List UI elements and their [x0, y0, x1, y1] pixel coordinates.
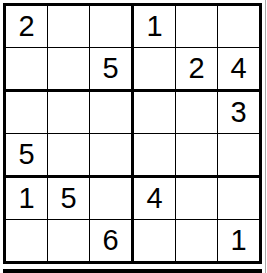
sudoku-cell-given[interactable]: 5 [48, 178, 90, 220]
page-edge-line [265, 0, 266, 273]
sudoku-cell-given[interactable]: 2 [176, 48, 218, 92]
sudoku-cell-empty[interactable] [90, 134, 134, 178]
sudoku-cell-empty[interactable] [6, 48, 48, 92]
sudoku-cell-empty[interactable] [90, 178, 134, 220]
sudoku-board: 215243515461 [3, 3, 262, 264]
sudoku-cell-empty[interactable] [176, 92, 218, 134]
sudoku-cell-empty[interactable] [6, 92, 48, 134]
sudoku-cell-empty[interactable] [176, 178, 218, 220]
sudoku-cell-empty[interactable] [176, 6, 218, 48]
sudoku-cell-given[interactable]: 5 [6, 134, 48, 178]
sudoku-cell-empty[interactable] [90, 6, 134, 48]
sudoku-cell-empty[interactable] [218, 6, 259, 48]
sudoku-cell-empty[interactable] [218, 134, 259, 178]
sudoku-cell-empty[interactable] [48, 134, 90, 178]
sudoku-cell-empty[interactable] [48, 220, 90, 261]
sudoku-cell-given[interactable]: 1 [218, 220, 259, 261]
sudoku-cell-given[interactable]: 4 [218, 48, 259, 92]
page: 215243515461 [0, 0, 267, 273]
sudoku-cell-empty[interactable] [134, 220, 176, 261]
sudoku-cell-given[interactable]: 6 [90, 220, 134, 261]
sudoku-cell-given[interactable]: 3 [218, 92, 259, 134]
sudoku-cell-empty[interactable] [90, 92, 134, 134]
sudoku-cell-empty[interactable] [134, 48, 176, 92]
sudoku-cell-given[interactable]: 2 [6, 6, 48, 48]
next-board-top-edge [3, 269, 262, 273]
sudoku-cell-empty[interactable] [48, 6, 90, 48]
sudoku-cell-given[interactable]: 5 [90, 48, 134, 92]
sudoku-cell-empty[interactable] [218, 178, 259, 220]
sudoku-cell-empty[interactable] [6, 220, 48, 261]
sudoku-cell-given[interactable]: 4 [134, 178, 176, 220]
sudoku-cell-empty[interactable] [134, 92, 176, 134]
sudoku-cell-given[interactable]: 1 [6, 178, 48, 220]
sudoku-cell-empty[interactable] [176, 220, 218, 261]
sudoku-cell-given[interactable]: 1 [134, 6, 176, 48]
sudoku-cell-empty[interactable] [48, 92, 90, 134]
sudoku-cell-empty[interactable] [134, 134, 176, 178]
sudoku-cell-empty[interactable] [48, 48, 90, 92]
sudoku-cell-empty[interactable] [176, 134, 218, 178]
